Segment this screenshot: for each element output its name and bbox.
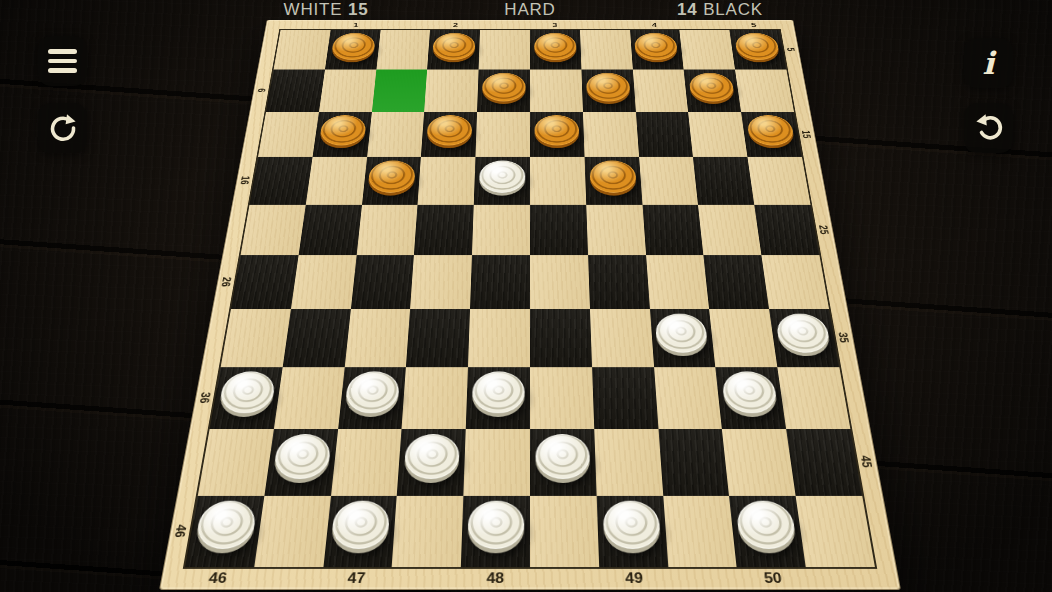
light-square bbox=[688, 112, 747, 157]
square-50[interactable] bbox=[729, 496, 806, 568]
light-square bbox=[530, 255, 590, 309]
square-35[interactable] bbox=[769, 309, 839, 367]
light-square bbox=[198, 429, 274, 495]
coordinate-label: 2 bbox=[430, 20, 480, 30]
white-piece-square-47[interactable] bbox=[331, 501, 391, 549]
black-piece-square-1[interactable] bbox=[331, 33, 376, 60]
white-piece-square-34[interactable] bbox=[655, 314, 709, 353]
square-18[interactable] bbox=[474, 157, 530, 205]
info-button[interactable]: i bbox=[964, 38, 1013, 88]
light-square bbox=[590, 309, 654, 367]
square-2[interactable] bbox=[427, 30, 480, 70]
undo-button[interactable] bbox=[964, 103, 1013, 153]
square-44[interactable] bbox=[658, 429, 729, 495]
white-piece-square-50[interactable] bbox=[736, 501, 798, 549]
light-square bbox=[594, 429, 663, 495]
square-26[interactable] bbox=[231, 255, 299, 309]
square-45[interactable] bbox=[786, 429, 862, 495]
coordinate-label: 46 bbox=[181, 567, 254, 590]
square-38[interactable] bbox=[466, 367, 530, 429]
square-13[interactable] bbox=[530, 112, 584, 157]
game-background: WHITE 15 HARD 14 BLACK i 12345 464748495… bbox=[0, 0, 1052, 592]
light-square bbox=[646, 255, 710, 309]
coordinate-label: 49 bbox=[599, 567, 670, 590]
white-piece-square-38[interactable] bbox=[472, 372, 525, 414]
light-square bbox=[291, 255, 357, 309]
light-square bbox=[319, 70, 376, 112]
square-48[interactable] bbox=[461, 496, 530, 568]
board: 12345 4647484950 616263646 515253545 bbox=[159, 20, 901, 590]
white-piece-square-35[interactable] bbox=[775, 314, 832, 353]
square-42[interactable] bbox=[397, 429, 466, 495]
light-square bbox=[306, 157, 367, 205]
light-square bbox=[392, 496, 464, 568]
square-20[interactable] bbox=[693, 157, 754, 205]
light-square bbox=[331, 429, 402, 495]
black-piece-square-12[interactable] bbox=[427, 115, 473, 145]
square-16[interactable] bbox=[250, 157, 313, 205]
light-square bbox=[274, 30, 331, 70]
light-square bbox=[468, 309, 530, 367]
square-6[interactable] bbox=[266, 70, 325, 112]
white-piece-square-48[interactable] bbox=[467, 501, 524, 549]
square-40[interactable] bbox=[716, 367, 787, 429]
white-piece-square-46[interactable] bbox=[194, 501, 258, 549]
black-piece-square-5[interactable] bbox=[734, 33, 780, 60]
square-49[interactable] bbox=[596, 496, 668, 568]
board-bottom-labels: 4647484950 bbox=[181, 567, 879, 590]
square-27[interactable] bbox=[351, 255, 415, 309]
light-square bbox=[410, 255, 472, 309]
square-32[interactable] bbox=[406, 309, 470, 367]
square-39[interactable] bbox=[592, 367, 658, 429]
coordinate-label: 4 bbox=[629, 20, 680, 30]
light-square bbox=[221, 309, 291, 367]
white-label: WHITE bbox=[284, 0, 343, 20]
light-square bbox=[367, 112, 425, 157]
square-25[interactable] bbox=[754, 205, 819, 256]
light-square bbox=[654, 367, 722, 429]
black-piece-square-10[interactable] bbox=[689, 73, 736, 102]
white-piece-square-42[interactable] bbox=[404, 434, 460, 479]
square-10[interactable] bbox=[684, 70, 741, 112]
square-21[interactable] bbox=[298, 205, 361, 256]
light-square bbox=[344, 309, 410, 367]
square-14[interactable] bbox=[636, 112, 694, 157]
coordinate-label: 1 bbox=[330, 20, 381, 30]
black-piece-square-17[interactable] bbox=[368, 160, 417, 192]
light-square bbox=[586, 205, 646, 256]
square-46[interactable] bbox=[185, 496, 264, 568]
difficulty-label: HARD bbox=[450, 0, 610, 20]
square-28[interactable] bbox=[470, 255, 530, 309]
coordinate-label: 5 bbox=[728, 20, 779, 30]
white-piece-square-36[interactable] bbox=[218, 372, 277, 414]
light-square bbox=[698, 205, 761, 256]
square-11[interactable] bbox=[312, 112, 371, 157]
square-34[interactable] bbox=[650, 309, 716, 367]
white-piece-square-43[interactable] bbox=[535, 434, 590, 479]
black-piece-square-13[interactable] bbox=[534, 115, 579, 145]
square-1[interactable] bbox=[325, 30, 381, 70]
light-square bbox=[633, 70, 689, 112]
board-grid bbox=[185, 30, 875, 567]
light-square bbox=[241, 205, 306, 256]
light-square bbox=[777, 367, 850, 429]
white-piece-square-41[interactable] bbox=[272, 434, 332, 479]
square-19[interactable] bbox=[584, 157, 642, 205]
light-square bbox=[583, 112, 639, 157]
square-23[interactable] bbox=[530, 205, 588, 256]
black-piece-square-9[interactable] bbox=[586, 73, 631, 102]
square-8[interactable] bbox=[477, 70, 530, 112]
square-22[interactable] bbox=[414, 205, 474, 256]
light-square bbox=[464, 429, 530, 495]
light-square bbox=[530, 157, 586, 205]
light-square bbox=[530, 70, 583, 112]
square-33[interactable] bbox=[530, 309, 592, 367]
light-square bbox=[479, 30, 530, 70]
info-icon: i bbox=[983, 48, 995, 79]
white-count: 15 bbox=[348, 0, 369, 20]
light-square bbox=[424, 70, 478, 112]
square-30[interactable] bbox=[704, 255, 770, 309]
coordinate-label: 3 bbox=[530, 20, 580, 30]
white-piece-square-49[interactable] bbox=[602, 501, 661, 549]
black-piece-square-15[interactable] bbox=[746, 115, 795, 145]
board-top-labels: 12345 bbox=[281, 20, 780, 30]
light-square bbox=[472, 205, 530, 256]
square-43[interactable] bbox=[530, 429, 596, 495]
light-square bbox=[402, 367, 468, 429]
square-36[interactable] bbox=[210, 367, 283, 429]
square-12[interactable] bbox=[421, 112, 477, 157]
square-9[interactable] bbox=[581, 70, 635, 112]
black-piece-square-2[interactable] bbox=[432, 33, 475, 60]
light-square bbox=[530, 367, 594, 429]
light-square bbox=[762, 255, 830, 309]
square-41[interactable] bbox=[264, 429, 338, 495]
black-piece-square-8[interactable] bbox=[482, 73, 526, 102]
square-29[interactable] bbox=[588, 255, 650, 309]
white-piece-square-18[interactable] bbox=[479, 160, 525, 192]
light-square bbox=[796, 496, 875, 568]
black-label: BLACK bbox=[703, 0, 763, 20]
light-square bbox=[735, 70, 794, 112]
square-4[interactable] bbox=[630, 30, 684, 70]
light-square bbox=[476, 112, 530, 157]
square-17[interactable] bbox=[362, 157, 421, 205]
light-square bbox=[418, 157, 476, 205]
undo-icon bbox=[973, 112, 1005, 144]
light-square bbox=[376, 30, 430, 70]
black-score: 14 BLACK bbox=[640, 0, 800, 20]
light-square bbox=[709, 309, 777, 367]
light-square bbox=[748, 157, 811, 205]
square-7[interactable] bbox=[372, 70, 428, 112]
coordinate-label: 47 bbox=[321, 567, 392, 590]
square-37[interactable] bbox=[338, 367, 406, 429]
black-count: 14 bbox=[677, 0, 698, 20]
restart-icon bbox=[47, 112, 79, 144]
board-frame: 12345 4647484950 616263646 515253545 bbox=[159, 20, 901, 590]
square-31[interactable] bbox=[283, 309, 351, 367]
square-3[interactable] bbox=[530, 30, 581, 70]
light-square bbox=[639, 157, 698, 205]
light-square bbox=[580, 30, 633, 70]
square-5[interactable] bbox=[729, 30, 786, 70]
white-piece-square-37[interactable] bbox=[345, 372, 401, 414]
light-square bbox=[530, 496, 599, 568]
light-square bbox=[663, 496, 737, 568]
black-piece-square-4[interactable] bbox=[634, 33, 678, 60]
black-piece-square-11[interactable] bbox=[319, 115, 367, 145]
light-square bbox=[680, 30, 736, 70]
light-square bbox=[722, 429, 796, 495]
light-square bbox=[254, 496, 331, 568]
square-47[interactable] bbox=[323, 496, 397, 568]
coordinate-label: 50 bbox=[737, 567, 809, 590]
square-15[interactable] bbox=[741, 112, 802, 157]
light-square bbox=[274, 367, 345, 429]
hamburger-icon bbox=[48, 49, 77, 54]
black-piece-square-19[interactable] bbox=[589, 160, 636, 192]
light-square bbox=[258, 112, 319, 157]
square-24[interactable] bbox=[642, 205, 703, 256]
restart-button[interactable] bbox=[38, 103, 87, 153]
menu-button[interactable] bbox=[38, 36, 87, 86]
black-piece-square-3[interactable] bbox=[534, 33, 576, 60]
white-score: WHITE 15 bbox=[246, 0, 406, 20]
coordinate-label: 48 bbox=[460, 567, 530, 590]
white-piece-square-40[interactable] bbox=[721, 372, 778, 414]
light-square bbox=[356, 205, 417, 256]
